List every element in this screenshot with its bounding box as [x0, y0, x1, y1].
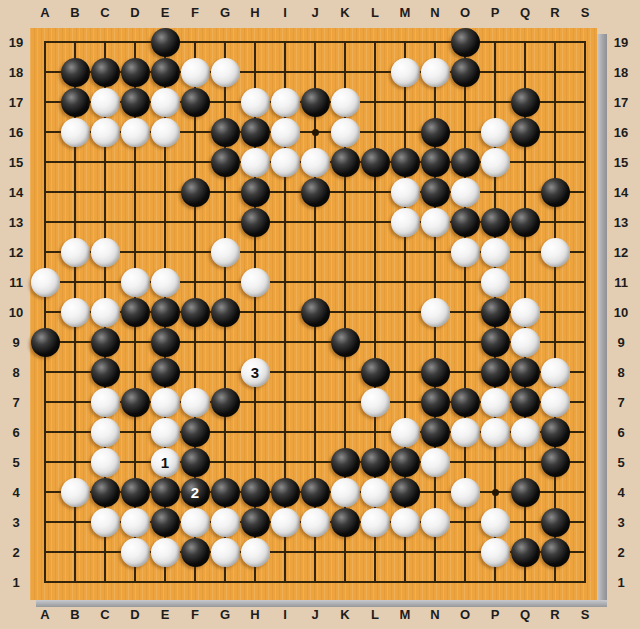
- black-stone-F10: [181, 298, 210, 327]
- white-stone-C12: [91, 238, 120, 267]
- white-stone-G2: [211, 538, 240, 567]
- coord-top-S: S: [581, 5, 590, 20]
- coord-bottom-C: C: [100, 607, 109, 622]
- black-stone-E4: [151, 478, 180, 507]
- white-stone-M14: [391, 178, 420, 207]
- coord-left-13: 13: [9, 215, 23, 230]
- white-stone-D2: [121, 538, 150, 567]
- move-2-stone-F4: 2: [181, 478, 210, 507]
- white-stone-M18: [391, 58, 420, 87]
- move-1-stone-E5: 1: [151, 448, 180, 477]
- black-stone-R5: [541, 448, 570, 477]
- coord-top-Q: Q: [520, 5, 530, 20]
- black-stone-H3: [241, 508, 270, 537]
- black-stone-C8: [91, 358, 120, 387]
- white-stone-A11: [31, 268, 60, 297]
- black-stone-P9: [481, 328, 510, 357]
- coord-right-10: 10: [614, 305, 628, 320]
- black-stone-O19: [451, 28, 480, 57]
- coord-top-E: E: [161, 5, 170, 20]
- white-stone-H11: [241, 268, 270, 297]
- black-stone-A9: [31, 328, 60, 357]
- white-stone-M6: [391, 418, 420, 447]
- black-stone-B18: [61, 58, 90, 87]
- coord-right-16: 16: [614, 125, 628, 140]
- black-stone-K15: [331, 148, 360, 177]
- white-stone-G18: [211, 58, 240, 87]
- go-board[interactable]: 312: [30, 28, 597, 600]
- coord-top-B: B: [70, 5, 79, 20]
- black-stone-I4: [271, 478, 300, 507]
- coord-right-13: 13: [614, 215, 628, 230]
- coord-left-4: 4: [12, 485, 19, 500]
- grid-line-horizontal: [44, 581, 586, 583]
- coord-bottom-H: H: [250, 607, 259, 622]
- coord-left-3: 3: [12, 515, 19, 530]
- white-stone-N10: [421, 298, 450, 327]
- black-stone-K9: [331, 328, 360, 357]
- black-stone-D18: [121, 58, 150, 87]
- black-stone-F17: [181, 88, 210, 117]
- grid-line-horizontal: [44, 461, 586, 463]
- white-stone-E7: [151, 388, 180, 417]
- white-stone-L3: [361, 508, 390, 537]
- white-stone-G12: [211, 238, 240, 267]
- white-stone-C6: [91, 418, 120, 447]
- coord-bottom-F: F: [191, 607, 199, 622]
- black-stone-P13: [481, 208, 510, 237]
- black-stone-J4: [301, 478, 330, 507]
- coord-left-15: 15: [9, 155, 23, 170]
- coord-left-2: 2: [12, 545, 19, 560]
- coord-top-L: L: [371, 5, 379, 20]
- coord-top-P: P: [491, 5, 500, 20]
- white-stone-R12: [541, 238, 570, 267]
- go-diagram-screen: 312 AABBCCDDEEFFGGHHIIJJKKLLMMNNOOPPQQRR…: [0, 0, 640, 629]
- black-stone-N16: [421, 118, 450, 147]
- black-stone-B17: [61, 88, 90, 117]
- coord-left-9: 9: [12, 335, 19, 350]
- coord-right-5: 5: [617, 455, 624, 470]
- black-stone-L5: [361, 448, 390, 477]
- star-point: [312, 129, 319, 136]
- black-stone-N14: [421, 178, 450, 207]
- move-3-stone-H8: 3: [241, 358, 270, 387]
- black-stone-O13: [451, 208, 480, 237]
- coord-right-1: 1: [617, 575, 624, 590]
- coord-bottom-S: S: [581, 607, 590, 622]
- coord-top-M: M: [400, 5, 411, 20]
- white-stone-O12: [451, 238, 480, 267]
- white-stone-J3: [301, 508, 330, 537]
- black-stone-F6: [181, 418, 210, 447]
- white-stone-K16: [331, 118, 360, 147]
- black-stone-G10: [211, 298, 240, 327]
- black-stone-P8: [481, 358, 510, 387]
- white-stone-B12: [61, 238, 90, 267]
- black-stone-E19: [151, 28, 180, 57]
- coord-left-14: 14: [9, 185, 23, 200]
- black-stone-F2: [181, 538, 210, 567]
- white-stone-C10: [91, 298, 120, 327]
- white-stone-P15: [481, 148, 510, 177]
- coord-top-C: C: [100, 5, 109, 20]
- white-stone-O14: [451, 178, 480, 207]
- white-stone-H15: [241, 148, 270, 177]
- coord-top-O: O: [460, 5, 470, 20]
- black-stone-M4: [391, 478, 420, 507]
- black-stone-Q2: [511, 538, 540, 567]
- coord-right-17: 17: [614, 95, 628, 110]
- black-stone-N8: [421, 358, 450, 387]
- black-stone-R3: [541, 508, 570, 537]
- black-stone-G16: [211, 118, 240, 147]
- coord-bottom-L: L: [371, 607, 379, 622]
- black-stone-M5: [391, 448, 420, 477]
- black-stone-E3: [151, 508, 180, 537]
- black-stone-J10: [301, 298, 330, 327]
- white-stone-I15: [271, 148, 300, 177]
- white-stone-Q9: [511, 328, 540, 357]
- coord-bottom-I: I: [283, 607, 287, 622]
- black-stone-P10: [481, 298, 510, 327]
- black-stone-G4: [211, 478, 240, 507]
- black-stone-J14: [301, 178, 330, 207]
- coord-top-D: D: [130, 5, 139, 20]
- black-stone-D10: [121, 298, 150, 327]
- black-stone-L8: [361, 358, 390, 387]
- white-stone-B4: [61, 478, 90, 507]
- black-stone-C4: [91, 478, 120, 507]
- black-stone-O18: [451, 58, 480, 87]
- coord-right-8: 8: [617, 365, 624, 380]
- black-stone-G7: [211, 388, 240, 417]
- coord-right-18: 18: [614, 65, 628, 80]
- coord-left-16: 16: [9, 125, 23, 140]
- white-stone-F7: [181, 388, 210, 417]
- black-stone-F14: [181, 178, 210, 207]
- white-stone-O6: [451, 418, 480, 447]
- white-stone-B10: [61, 298, 90, 327]
- coord-right-9: 9: [617, 335, 624, 350]
- coord-left-10: 10: [9, 305, 23, 320]
- white-stone-C16: [91, 118, 120, 147]
- coord-right-11: 11: [614, 275, 628, 290]
- black-stone-G15: [211, 148, 240, 177]
- coord-right-6: 6: [617, 425, 624, 440]
- coord-top-F: F: [191, 5, 199, 20]
- black-stone-L15: [361, 148, 390, 177]
- white-stone-M3: [391, 508, 420, 537]
- white-stone-B16: [61, 118, 90, 147]
- black-stone-N6: [421, 418, 450, 447]
- coord-bottom-A: A: [40, 607, 49, 622]
- white-stone-G3: [211, 508, 240, 537]
- black-stone-Q17: [511, 88, 540, 117]
- coord-bottom-P: P: [491, 607, 500, 622]
- coord-bottom-E: E: [161, 607, 170, 622]
- white-stone-H17: [241, 88, 270, 117]
- coord-right-2: 2: [617, 545, 624, 560]
- white-stone-D3: [121, 508, 150, 537]
- black-stone-E10: [151, 298, 180, 327]
- coord-left-1: 1: [12, 575, 19, 590]
- coord-top-J: J: [311, 5, 318, 20]
- black-stone-N7: [421, 388, 450, 417]
- white-stone-L4: [361, 478, 390, 507]
- coord-top-R: R: [550, 5, 559, 20]
- coord-left-7: 7: [12, 395, 19, 410]
- star-point: [492, 489, 499, 496]
- black-stone-E8: [151, 358, 180, 387]
- white-stone-Q10: [511, 298, 540, 327]
- white-stone-C5: [91, 448, 120, 477]
- black-stone-D4: [121, 478, 150, 507]
- coord-top-G: G: [220, 5, 230, 20]
- black-stone-Q16: [511, 118, 540, 147]
- coord-left-11: 11: [9, 275, 23, 290]
- grid-line-vertical: [584, 41, 586, 583]
- black-stone-Q8: [511, 358, 540, 387]
- white-stone-M13: [391, 208, 420, 237]
- black-stone-F5: [181, 448, 210, 477]
- white-stone-I17: [271, 88, 300, 117]
- board-edge-right: [597, 34, 607, 600]
- coord-left-8: 8: [12, 365, 19, 380]
- coord-bottom-J: J: [311, 607, 318, 622]
- white-stone-N13: [421, 208, 450, 237]
- black-stone-H16: [241, 118, 270, 147]
- coord-right-7: 7: [617, 395, 624, 410]
- black-stone-H13: [241, 208, 270, 237]
- black-stone-R14: [541, 178, 570, 207]
- black-stone-Q7: [511, 388, 540, 417]
- white-stone-P16: [481, 118, 510, 147]
- black-stone-E9: [151, 328, 180, 357]
- white-stone-O4: [451, 478, 480, 507]
- black-stone-O7: [451, 388, 480, 417]
- coord-left-18: 18: [9, 65, 23, 80]
- white-stone-F3: [181, 508, 210, 537]
- black-stone-C18: [91, 58, 120, 87]
- white-stone-P2: [481, 538, 510, 567]
- white-stone-F18: [181, 58, 210, 87]
- coord-left-17: 17: [9, 95, 23, 110]
- white-stone-E11: [151, 268, 180, 297]
- coord-right-15: 15: [614, 155, 628, 170]
- black-stone-R6: [541, 418, 570, 447]
- coord-bottom-O: O: [460, 607, 470, 622]
- white-stone-P11: [481, 268, 510, 297]
- black-stone-E18: [151, 58, 180, 87]
- white-stone-K17: [331, 88, 360, 117]
- coord-top-K: K: [340, 5, 349, 20]
- white-stone-I16: [271, 118, 300, 147]
- white-stone-C3: [91, 508, 120, 537]
- white-stone-D11: [121, 268, 150, 297]
- coord-bottom-D: D: [130, 607, 139, 622]
- white-stone-P12: [481, 238, 510, 267]
- coord-bottom-M: M: [400, 607, 411, 622]
- black-stone-M15: [391, 148, 420, 177]
- coord-top-A: A: [40, 5, 49, 20]
- coord-right-14: 14: [614, 185, 628, 200]
- white-stone-C17: [91, 88, 120, 117]
- coord-left-5: 5: [12, 455, 19, 470]
- white-stone-E17: [151, 88, 180, 117]
- coord-left-19: 19: [9, 35, 23, 50]
- black-stone-N15: [421, 148, 450, 177]
- black-stone-C9: [91, 328, 120, 357]
- coord-top-I: I: [283, 5, 287, 20]
- coord-top-N: N: [430, 5, 439, 20]
- white-stone-P3: [481, 508, 510, 537]
- black-stone-H14: [241, 178, 270, 207]
- white-stone-H2: [241, 538, 270, 567]
- black-stone-H4: [241, 478, 270, 507]
- coord-left-6: 6: [12, 425, 19, 440]
- black-stone-D17: [121, 88, 150, 117]
- coord-right-19: 19: [614, 35, 628, 50]
- white-stone-E6: [151, 418, 180, 447]
- white-stone-N3: [421, 508, 450, 537]
- white-stone-P6: [481, 418, 510, 447]
- black-stone-Q4: [511, 478, 540, 507]
- white-stone-E16: [151, 118, 180, 147]
- white-stone-R8: [541, 358, 570, 387]
- white-stone-R7: [541, 388, 570, 417]
- grid-line-vertical: [554, 41, 556, 583]
- coord-right-3: 3: [617, 515, 624, 530]
- coord-bottom-R: R: [550, 607, 559, 622]
- coord-right-4: 4: [617, 485, 624, 500]
- black-stone-D7: [121, 388, 150, 417]
- coord-bottom-G: G: [220, 607, 230, 622]
- white-stone-D16: [121, 118, 150, 147]
- white-stone-P7: [481, 388, 510, 417]
- black-stone-Q13: [511, 208, 540, 237]
- coord-bottom-Q: Q: [520, 607, 530, 622]
- coord-right-12: 12: [614, 245, 628, 260]
- black-stone-J17: [301, 88, 330, 117]
- coord-left-12: 12: [9, 245, 23, 260]
- white-stone-K4: [331, 478, 360, 507]
- white-stone-J15: [301, 148, 330, 177]
- black-stone-O15: [451, 148, 480, 177]
- coord-bottom-N: N: [430, 607, 439, 622]
- white-stone-Q6: [511, 418, 540, 447]
- white-stone-I3: [271, 508, 300, 537]
- black-stone-R2: [541, 538, 570, 567]
- coord-top-H: H: [250, 5, 259, 20]
- white-stone-N18: [421, 58, 450, 87]
- white-stone-E2: [151, 538, 180, 567]
- white-stone-L7: [361, 388, 390, 417]
- black-stone-K5: [331, 448, 360, 477]
- coord-bottom-B: B: [70, 607, 79, 622]
- white-stone-C7: [91, 388, 120, 417]
- coord-bottom-K: K: [340, 607, 349, 622]
- black-stone-K3: [331, 508, 360, 537]
- white-stone-N5: [421, 448, 450, 477]
